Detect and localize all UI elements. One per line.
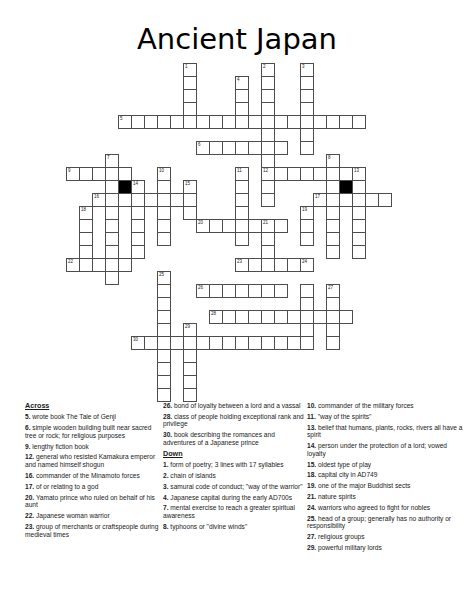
grid-cell[interactable] xyxy=(287,115,301,129)
clue-number: 5. xyxy=(25,413,31,420)
grid-cell[interactable]: 3 xyxy=(300,63,314,77)
clue-number: 1. xyxy=(163,461,169,468)
grid-cell[interactable]: 11 xyxy=(235,167,249,181)
grid-cell[interactable] xyxy=(326,297,340,311)
grid-cell[interactable]: 10 xyxy=(157,167,171,181)
grid-cell[interactable] xyxy=(118,258,132,272)
grid-cell[interactable]: 16 xyxy=(92,193,106,207)
grid-cell[interactable] xyxy=(313,115,327,129)
clue-number: 2. xyxy=(163,472,169,479)
clue-number: 4. xyxy=(163,494,169,501)
grid-cell[interactable] xyxy=(170,193,184,207)
clue-item: 2. chain of islands xyxy=(163,472,305,480)
cell-clue-number: 10 xyxy=(159,168,164,173)
grid-cell[interactable] xyxy=(235,284,249,298)
grid-cell[interactable] xyxy=(157,297,171,311)
grid-cell[interactable] xyxy=(300,336,314,350)
grid-cell[interactable] xyxy=(131,219,145,233)
clue-number: 30. xyxy=(163,431,172,438)
cell-clue-number: 23 xyxy=(237,259,242,264)
grid-cell[interactable]: 13 xyxy=(352,167,366,181)
grid-cell[interactable] xyxy=(79,219,93,233)
grid-cell[interactable] xyxy=(352,206,366,220)
clue-item: 29. powerful military lords xyxy=(307,544,467,552)
clue-item: 16. commander of the Minamoto forces xyxy=(25,472,162,480)
grid-cell[interactable] xyxy=(248,115,262,129)
grid-cell[interactable] xyxy=(118,167,132,181)
grid-cell[interactable] xyxy=(339,193,353,207)
grid-cell[interactable] xyxy=(157,219,171,233)
grid-cell[interactable] xyxy=(352,232,366,246)
grid-cell[interactable]: 26 xyxy=(196,284,210,298)
grid-cell[interactable] xyxy=(209,219,223,233)
grid-cell[interactable] xyxy=(170,115,184,129)
grid-cell[interactable] xyxy=(157,232,171,246)
grid-cell[interactable] xyxy=(222,141,236,155)
clue-item: 11. "way of the spirits" xyxy=(307,413,467,421)
grid-cell[interactable]: 30 xyxy=(131,336,145,350)
clue-item: 15. oldest type of play xyxy=(307,461,467,469)
grid-cell[interactable] xyxy=(79,245,93,259)
grid-cell[interactable] xyxy=(92,258,106,272)
clue-number: 25. xyxy=(307,515,316,522)
cell-clue-number: 25 xyxy=(159,272,164,277)
clue-number: 9. xyxy=(25,443,31,450)
cell-clue-number: 20 xyxy=(198,220,203,225)
cell-clue-number: 11 xyxy=(237,168,242,173)
grid-cell[interactable] xyxy=(144,115,158,129)
grid-cell[interactable] xyxy=(326,310,340,324)
grid-cell[interactable] xyxy=(261,310,275,324)
grid-cell[interactable] xyxy=(378,193,392,207)
cell-clue-number: 15 xyxy=(185,181,190,186)
grid-cell[interactable] xyxy=(131,232,145,246)
grid-cell[interactable] xyxy=(79,167,93,181)
grid-cell[interactable] xyxy=(274,284,288,298)
cell-clue-number: 3 xyxy=(302,64,305,69)
grid-cell[interactable] xyxy=(92,167,106,181)
grid-cell[interactable]: 25 xyxy=(157,271,171,285)
clues-column-left: Across 5. wrote book The Tale of Genji6.… xyxy=(25,402,162,541)
cell-clue-number: 4 xyxy=(237,77,240,82)
grid-cell[interactable] xyxy=(274,336,288,350)
grid-cell[interactable] xyxy=(300,102,314,116)
grid-cell[interactable] xyxy=(235,193,249,207)
grid-cell[interactable] xyxy=(183,76,197,90)
grid-cell[interactable] xyxy=(261,258,275,272)
grid-cell[interactable] xyxy=(300,128,314,142)
cell-clue-number: 21 xyxy=(263,220,268,225)
grid-cell[interactable]: 19 xyxy=(300,206,314,220)
grid-cell[interactable] xyxy=(326,180,340,194)
clue-number: 23. xyxy=(25,523,34,530)
grid-cell[interactable]: 28 xyxy=(209,310,223,324)
clue-item: 17. of or relating to a god xyxy=(25,483,162,491)
grid-cell[interactable] xyxy=(209,336,223,350)
clue-item: 26. bond of loyalty between a lord and a… xyxy=(163,402,305,410)
grid-cell[interactable] xyxy=(248,141,262,155)
clue-item: 10. commander of the military forces xyxy=(307,402,467,410)
grid-cell[interactable] xyxy=(235,102,249,116)
grid-cell[interactable]: 12 xyxy=(261,167,275,181)
grid-cell[interactable] xyxy=(287,336,301,350)
grid-cell[interactable] xyxy=(79,232,93,246)
grid-cell[interactable] xyxy=(157,193,171,207)
clue-number: 22. xyxy=(25,512,34,519)
grid-cell[interactable]: 14 xyxy=(131,180,145,194)
across-clue-list-cont: 26. bond of loyalty between a lord and a… xyxy=(163,402,305,447)
grid-cell[interactable] xyxy=(248,336,262,350)
clue-item: 14. person under the protection of a lor… xyxy=(307,442,467,457)
grid-cell[interactable]: 6 xyxy=(196,141,210,155)
grid-cell[interactable]: 8 xyxy=(326,154,340,168)
grid-cell[interactable]: 18 xyxy=(79,206,93,220)
page-title: Ancient Japan xyxy=(0,22,474,56)
cell-clue-number: 27 xyxy=(328,285,333,290)
grid-cell[interactable] xyxy=(235,219,249,233)
grid-cell[interactable] xyxy=(183,115,197,129)
grid-cell[interactable]: 22 xyxy=(66,258,80,272)
grid-cell[interactable] xyxy=(274,219,288,233)
grid-cell[interactable]: 29 xyxy=(183,323,197,337)
clue-item: 25. head of a group; generally has no au… xyxy=(307,515,467,530)
grid-cell[interactable] xyxy=(261,154,275,168)
clue-item: 23. group of merchants or craftspeople d… xyxy=(25,523,162,538)
clue-number: 10. xyxy=(307,402,316,409)
grid-cell[interactable] xyxy=(183,206,197,220)
clues-section: Across 5. wrote book The Tale of Genji6.… xyxy=(0,402,474,602)
clue-number: 20. xyxy=(25,494,34,501)
grid-cell[interactable] xyxy=(274,115,288,129)
clue-number: 19. xyxy=(307,482,316,489)
clue-item: 13. belief that humans, plants, rocks, r… xyxy=(307,424,467,439)
down-clue-list-cont: 10. commander of the military forces11. … xyxy=(307,402,467,552)
clue-number: 16. xyxy=(25,472,34,479)
grid-cell[interactable] xyxy=(248,258,262,272)
clue-item: 18. capital city in AD749 xyxy=(307,471,467,479)
grid-cell[interactable] xyxy=(261,115,275,129)
grid-cell[interactable] xyxy=(313,310,327,324)
grid-cell[interactable]: 4 xyxy=(235,76,249,90)
grid-cell[interactable] xyxy=(183,349,197,363)
grid-cell[interactable] xyxy=(300,141,314,155)
grid-cell[interactable] xyxy=(105,206,119,220)
cell-clue-number: 5 xyxy=(120,116,123,121)
grid-cell[interactable] xyxy=(157,323,171,337)
clue-item: 30. book describing the romances and adv… xyxy=(163,431,305,446)
cell-clue-number: 6 xyxy=(198,142,201,147)
grid-cell[interactable] xyxy=(300,115,314,129)
cell-clue-number: 7 xyxy=(107,155,110,160)
grid-cell[interactable] xyxy=(157,349,171,363)
grid-cell[interactable] xyxy=(261,128,275,142)
clue-item: 5. wrote book The Tale of Genji xyxy=(25,413,162,421)
grid-cell[interactable] xyxy=(144,336,158,350)
clue-item: 1. form of poetry; 3 lines with 17 sylla… xyxy=(163,461,305,469)
grid-cell[interactable] xyxy=(274,310,288,324)
clue-item: 28. class of people holding exceptional … xyxy=(163,413,305,428)
cell-clue-number: 24 xyxy=(302,259,307,264)
clue-number: 27. xyxy=(307,533,316,540)
grid-cell[interactable] xyxy=(131,245,145,259)
grid-cell[interactable]: 17 xyxy=(313,193,327,207)
grid-cell[interactable] xyxy=(118,193,132,207)
grid-cell[interactable]: 15 xyxy=(183,180,197,194)
grid-cell[interactable] xyxy=(287,258,301,272)
grid-cell[interactable] xyxy=(105,258,119,272)
grid-cell[interactable] xyxy=(235,206,249,220)
grid-cell[interactable] xyxy=(79,258,93,272)
clue-item: 4. Japanese capital during the early AD7… xyxy=(163,494,305,502)
cell-clue-number: 28 xyxy=(211,311,216,316)
grid-cell[interactable] xyxy=(261,193,275,207)
grid-cell[interactable] xyxy=(183,336,197,350)
clue-item: 20. Yamato prince who ruled on behalf of… xyxy=(25,494,162,509)
clues-column-right: 10. commander of the military forces11. … xyxy=(307,402,467,555)
grid-cell[interactable] xyxy=(261,102,275,116)
grid-cell[interactable] xyxy=(131,193,145,207)
grid-cell[interactable] xyxy=(261,284,275,298)
cell-clue-number: 26 xyxy=(198,285,203,290)
grid-cell[interactable] xyxy=(365,193,379,207)
grid-cell[interactable] xyxy=(352,219,366,233)
down-clue-list: 1. form of poetry; 3 lines with 17 sylla… xyxy=(163,461,305,530)
grid-cell[interactable] xyxy=(209,115,223,129)
grid-cell[interactable] xyxy=(300,219,314,233)
grid-cell[interactable]: 27 xyxy=(326,284,340,298)
grid-cell[interactable] xyxy=(326,232,340,246)
grid-cell[interactable] xyxy=(287,167,301,181)
across-header: Across xyxy=(25,402,162,410)
grid-cell[interactable] xyxy=(326,323,340,337)
grid-cell[interactable] xyxy=(157,336,171,350)
grid-cell[interactable] xyxy=(183,193,197,207)
grid-cell[interactable] xyxy=(235,89,249,103)
grid-cell[interactable] xyxy=(326,336,340,350)
clues-column-middle: 26. bond of loyalty between a lord and a… xyxy=(163,402,305,534)
clue-number: 17. xyxy=(25,483,34,490)
grid-cell[interactable] xyxy=(326,245,340,259)
grid-cell[interactable] xyxy=(222,115,236,129)
clue-number: 6. xyxy=(25,424,31,431)
grid-cell[interactable] xyxy=(235,115,249,129)
grid-cell[interactable] xyxy=(274,141,288,155)
cell-clue-number: 8 xyxy=(328,155,331,160)
clue-number: 3. xyxy=(163,483,169,490)
grid-cell[interactable] xyxy=(300,89,314,103)
grid-cell[interactable] xyxy=(339,310,353,324)
grid-cell[interactable] xyxy=(222,310,236,324)
grid-cell[interactable] xyxy=(222,284,236,298)
clue-number: 11. xyxy=(307,413,316,420)
grid-cell[interactable] xyxy=(157,310,171,324)
clue-number: 26. xyxy=(163,402,172,409)
grid-cell[interactable] xyxy=(157,115,171,129)
grid-cell[interactable] xyxy=(287,310,301,324)
grid-cell[interactable] xyxy=(326,193,340,207)
grid-cell[interactable] xyxy=(170,336,184,350)
cell-clue-number: 18 xyxy=(81,207,86,212)
grid-cell[interactable] xyxy=(144,193,158,207)
grid-cell[interactable] xyxy=(261,232,275,246)
grid-cell[interactable] xyxy=(157,206,171,220)
grid-cell[interactable] xyxy=(352,115,366,129)
grid-cell[interactable] xyxy=(105,219,119,233)
grid-cell[interactable] xyxy=(105,167,119,181)
grid-cell[interactable] xyxy=(105,232,119,246)
grid-cell[interactable] xyxy=(300,284,314,298)
down-header: Down xyxy=(163,450,305,458)
grid-cell[interactable] xyxy=(352,193,366,207)
cell-clue-number: 29 xyxy=(185,324,190,329)
grid-cell[interactable] xyxy=(105,180,119,194)
grid-cell[interactable] xyxy=(326,206,340,220)
cell-clue-number: 19 xyxy=(302,207,307,212)
cell-clue-number: 1 xyxy=(185,64,188,69)
grid-cell[interactable] xyxy=(300,232,314,246)
grid-cell[interactable] xyxy=(326,115,340,129)
grid-cell[interactable] xyxy=(235,141,249,155)
grid-cell[interactable] xyxy=(183,375,197,389)
clue-number: 14. xyxy=(307,442,316,449)
clue-number: 8. xyxy=(163,523,169,530)
grid-cell[interactable] xyxy=(352,180,366,194)
grid-cell[interactable] xyxy=(157,375,171,389)
clue-item: 27. religious groups xyxy=(307,533,467,541)
grid-cell[interactable] xyxy=(235,336,249,350)
clue-item: 19. one of the major Buddhist sects xyxy=(307,482,467,490)
clue-number: 7. xyxy=(163,504,169,511)
cell-clue-number: 17 xyxy=(315,194,320,199)
grid-cell[interactable] xyxy=(183,362,197,376)
grid-cell[interactable] xyxy=(261,336,275,350)
grid-cell[interactable] xyxy=(235,180,249,194)
black-cell xyxy=(118,180,132,194)
grid-cell[interactable] xyxy=(222,336,236,350)
grid-cell[interactable] xyxy=(261,180,275,194)
cell-clue-number: 22 xyxy=(68,259,73,264)
clue-number: 12. xyxy=(25,453,34,460)
grid-cell[interactable] xyxy=(300,167,314,181)
grid-cell[interactable] xyxy=(183,388,197,402)
grid-cell[interactable]: 7 xyxy=(105,154,119,168)
clue-item: 3. samurai code of conduct; "way of the … xyxy=(163,483,305,491)
grid-cell[interactable] xyxy=(248,310,262,324)
clue-number: 18. xyxy=(307,471,316,478)
grid-cell[interactable] xyxy=(300,76,314,90)
cell-clue-number: 16 xyxy=(94,194,99,199)
grid-cell[interactable] xyxy=(222,219,236,233)
grid-cell[interactable] xyxy=(274,167,288,181)
grid-cell[interactable]: 2 xyxy=(261,63,275,77)
clue-item: 24. warriors who agreed to fight for nob… xyxy=(307,504,467,512)
clue-item: 12. general who resisted Kamakura empero… xyxy=(25,453,162,468)
clue-item: 6. simple wooden building built near sac… xyxy=(25,424,162,439)
clue-number: 13. xyxy=(307,424,316,431)
clue-item: 21. nature spirits xyxy=(307,493,467,501)
grid-cell[interactable] xyxy=(196,336,210,350)
grid-cell[interactable] xyxy=(157,388,171,402)
across-clue-list: 5. wrote book The Tale of Genji6. simple… xyxy=(25,413,162,538)
clue-number: 28. xyxy=(163,413,172,420)
grid-cell[interactable] xyxy=(183,89,197,103)
cell-clue-number: 30 xyxy=(133,337,138,342)
grid-cell[interactable] xyxy=(261,141,275,155)
grid-cell[interactable]: 1 xyxy=(183,63,197,77)
grid-cell[interactable]: 21 xyxy=(261,219,275,233)
puzzle-page: Ancient Japan 12345678910111213141516171… xyxy=(0,0,474,613)
grid-cell[interactable] xyxy=(235,310,249,324)
grid-cell[interactable] xyxy=(131,206,145,220)
grid-cell[interactable] xyxy=(261,245,275,259)
grid-cell[interactable] xyxy=(339,167,353,181)
grid-cell[interactable] xyxy=(339,115,353,129)
clue-number: 21. xyxy=(307,493,316,500)
grid-cell[interactable] xyxy=(326,219,340,233)
grid-cell[interactable] xyxy=(131,115,145,129)
grid-cell[interactable]: 9 xyxy=(66,167,80,181)
cell-clue-number: 14 xyxy=(133,181,138,186)
grid-cell[interactable] xyxy=(209,284,223,298)
grid-cell[interactable] xyxy=(248,284,262,298)
grid-cell[interactable] xyxy=(300,310,314,324)
grid-cell[interactable] xyxy=(326,167,340,181)
grid-cell[interactable]: 5 xyxy=(118,115,132,129)
grid-cell[interactable] xyxy=(157,284,171,298)
grid-cell[interactable] xyxy=(183,102,197,116)
cell-clue-number: 12 xyxy=(263,168,268,173)
grid-cell[interactable] xyxy=(209,141,223,155)
grid-cell[interactable]: 24 xyxy=(300,258,314,272)
grid-cell[interactable] xyxy=(261,89,275,103)
clue-item: 22. Japanese woman warrior xyxy=(25,512,162,520)
grid-cell[interactable] xyxy=(157,362,171,376)
clue-number: 15. xyxy=(307,461,316,468)
grid-cell[interactable] xyxy=(196,115,210,129)
cell-clue-number: 2 xyxy=(263,64,266,69)
clue-item: 8. typhoons or "divine winds" xyxy=(163,523,305,531)
clue-number: 29. xyxy=(307,544,316,551)
grid-cell[interactable] xyxy=(300,297,314,311)
grid-cell[interactable] xyxy=(313,167,327,181)
grid-cell[interactable] xyxy=(274,258,288,272)
clue-number: 24. xyxy=(307,504,316,511)
grid-cell[interactable]: 23 xyxy=(235,258,249,272)
grid-cell[interactable] xyxy=(157,180,171,194)
grid-cell[interactable] xyxy=(105,245,119,259)
cell-clue-number: 13 xyxy=(354,168,359,173)
grid-cell[interactable] xyxy=(352,245,366,259)
grid-cell[interactable] xyxy=(105,193,119,207)
grid-cell[interactable]: 20 xyxy=(196,219,210,233)
cell-clue-number: 9 xyxy=(68,168,71,173)
grid-cell[interactable] xyxy=(248,219,262,233)
grid-cell[interactable] xyxy=(261,76,275,90)
clue-item: 9. lengthy fiction book xyxy=(25,443,162,451)
grid-cell[interactable] xyxy=(300,323,314,337)
crossword-grid: 1234567891011121314151617181920212223242… xyxy=(66,63,392,402)
grid-cell[interactable] xyxy=(235,232,249,246)
grid-cell[interactable] xyxy=(105,271,119,285)
clue-item: 7. mental exercise to reach a greater sp… xyxy=(163,504,305,519)
black-cell xyxy=(339,180,353,194)
